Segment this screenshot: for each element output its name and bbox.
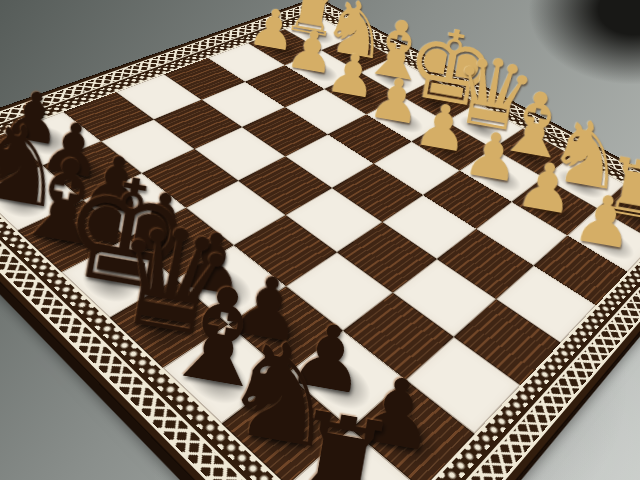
piece-black-rook[interactable]: ♜ xyxy=(278,397,396,480)
piece-white-pawn[interactable]: ♟ xyxy=(565,185,640,260)
photo-scene: ♜♞♝♚♛♝♞♜♟♟♟♟♟♟♟♟♟♟♟♟♟♟♟♟♜♞♝♚♛♝♞♜ xyxy=(0,0,640,480)
square-a2[interactable]: ♟ xyxy=(567,209,640,272)
square-c4[interactable] xyxy=(382,195,476,259)
